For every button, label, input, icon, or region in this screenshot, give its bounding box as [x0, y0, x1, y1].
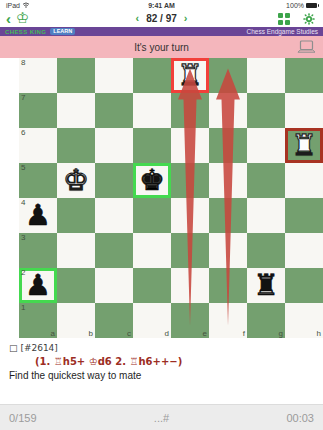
square-f2[interactable] [209, 268, 247, 303]
nav-bar: ‹ ♔ ‹ 82 / 97 › [0, 10, 323, 27]
square-e5[interactable] [171, 163, 209, 198]
board-area: 8♜76♜5♚♚4♟32♟♜1abcdefgh [0, 58, 323, 338]
square-c8[interactable] [95, 58, 133, 93]
rank-label-3: 3 [21, 233, 25, 242]
puzzle-list-icon[interactable] [278, 13, 290, 25]
rank-label-8: 8 [21, 58, 25, 67]
square-e2[interactable] [171, 268, 209, 303]
square-d5[interactable]: ♚ [133, 163, 171, 198]
square-e3[interactable] [171, 233, 209, 268]
square-c5[interactable] [95, 163, 133, 198]
square-f5[interactable] [209, 163, 247, 198]
file-label-g: g [279, 329, 283, 338]
file-label-c: c [127, 329, 131, 338]
square-h4[interactable] [285, 198, 323, 233]
square-b2[interactable] [57, 268, 95, 303]
square-h1[interactable]: h [285, 303, 323, 338]
app-name: CHESS KING [5, 29, 46, 35]
square-d4[interactable] [133, 198, 171, 233]
square-e4[interactable] [171, 198, 209, 233]
turn-banner: It's your turn [0, 36, 323, 58]
square-e6[interactable] [171, 128, 209, 163]
task-text: Find the quickest way to mate [9, 370, 314, 381]
status-bar: iPad 9:41 AM 100% [0, 0, 323, 10]
battery-icon [306, 3, 317, 8]
learn-badge: LEARN [50, 28, 75, 35]
square-d6[interactable] [133, 128, 171, 163]
white-rook-h6: ♜ [285, 128, 323, 163]
toolbar-center-label: ...# [154, 412, 169, 424]
rank-label-4: 4 [21, 198, 25, 207]
puzzle-id: [#2614] [20, 343, 57, 353]
square-b6[interactable] [57, 128, 95, 163]
timer: 00:03 [286, 412, 314, 424]
square-e1[interactable]: e [171, 303, 209, 338]
square-h8[interactable] [285, 58, 323, 93]
square-g7[interactable] [247, 93, 285, 128]
rank-label-5: 5 [21, 163, 25, 172]
puzzle-caption: □ [#2614] (1. ♖h5+ ♔d6 2. ♖h6++−) Find t… [0, 338, 323, 404]
chess-king-app: iPad 9:41 AM 100% ‹ ♔ ‹ 82 / 97 › [0, 0, 323, 430]
settings-gear-icon[interactable] [303, 13, 315, 25]
square-b1[interactable]: b [57, 303, 95, 338]
square-g3[interactable] [247, 233, 285, 268]
solution-variation: (1. ♖h5+ ♔d6 2. ♖h6++−) [35, 356, 314, 367]
prev-puzzle-button[interactable]: ‹ [136, 13, 140, 24]
square-b8[interactable] [57, 58, 95, 93]
square-h3[interactable] [285, 233, 323, 268]
square-c1[interactable]: c [95, 303, 133, 338]
square-c4[interactable] [95, 198, 133, 233]
white-rook-e8: ♜ [171, 58, 209, 93]
square-a3[interactable]: 3 [19, 233, 57, 268]
square-f7[interactable] [209, 93, 247, 128]
brand-bar: CHESS KING LEARN Chess Endgame Studies [0, 27, 323, 36]
square-c2[interactable] [95, 268, 133, 303]
turn-banner-text: It's your turn [134, 42, 189, 53]
rank-label-6: 6 [21, 128, 25, 137]
square-a1[interactable]: 1a [19, 303, 57, 338]
square-f6[interactable] [209, 128, 247, 163]
square-d8[interactable] [133, 58, 171, 93]
square-c7[interactable] [95, 93, 133, 128]
square-f4[interactable] [209, 198, 247, 233]
square-a4[interactable]: 4♟ [19, 198, 57, 233]
square-b4[interactable] [57, 198, 95, 233]
file-label-d: d [165, 329, 169, 338]
square-c6[interactable] [95, 128, 133, 163]
square-b7[interactable] [57, 93, 95, 128]
square-h7[interactable] [285, 93, 323, 128]
square-g6[interactable] [247, 128, 285, 163]
square-a7[interactable]: 7 [19, 93, 57, 128]
square-a5[interactable]: 5 [19, 163, 57, 198]
rank-label-1: 1 [21, 303, 25, 312]
black-king-d5: ♚ [133, 163, 171, 198]
square-c3[interactable] [95, 233, 133, 268]
square-e8[interactable]: ♜ [171, 58, 209, 93]
square-a6[interactable]: 6 [19, 128, 57, 163]
square-g5[interactable] [247, 163, 285, 198]
chess-board: 8♜76♜5♚♚4♟32♟♜1abcdefgh [19, 58, 323, 338]
file-label-e: e [203, 329, 207, 338]
square-h5[interactable] [285, 163, 323, 198]
computer-play-icon[interactable] [297, 40, 316, 54]
black-rook-g2: ♜ [247, 268, 285, 303]
square-g8[interactable] [247, 58, 285, 93]
square-h2[interactable] [285, 268, 323, 303]
file-label-a: a [51, 329, 55, 338]
file-label-b: b [89, 329, 93, 338]
side-to-move-indicator: □ [9, 343, 18, 353]
square-a2[interactable]: 2♟ [19, 268, 57, 303]
course-title: Chess Endgame Studies [246, 28, 318, 35]
clock-time: 9:41 AM [0, 2, 323, 9]
puzzle-counter: 82 / 97 [146, 13, 177, 24]
white-king-b5: ♚ [57, 163, 95, 198]
square-e7[interactable] [171, 93, 209, 128]
rank-label-2: 2 [21, 268, 25, 277]
file-label-f: f [243, 329, 245, 338]
square-d1[interactable]: d [133, 303, 171, 338]
square-g1[interactable]: g [247, 303, 285, 338]
square-d2[interactable] [133, 268, 171, 303]
square-f8[interactable] [209, 58, 247, 93]
square-f3[interactable] [209, 233, 247, 268]
score-counter: 0/159 [9, 412, 37, 424]
square-d7[interactable] [133, 93, 171, 128]
square-g4[interactable] [247, 198, 285, 233]
bottom-toolbar: 0/159 ...# 00:03 [0, 404, 323, 430]
square-b5[interactable]: ♚ [57, 163, 95, 198]
square-b3[interactable] [57, 233, 95, 268]
rank-label-7: 7 [21, 93, 25, 102]
square-h6[interactable]: ♜ [285, 128, 323, 163]
square-g2[interactable]: ♜ [247, 268, 285, 303]
next-puzzle-button[interactable]: › [184, 13, 188, 24]
square-f1[interactable]: f [209, 303, 247, 338]
file-label-h: h [317, 329, 321, 338]
square-a8[interactable]: 8 [19, 58, 57, 93]
square-d3[interactable] [133, 233, 171, 268]
